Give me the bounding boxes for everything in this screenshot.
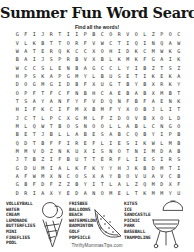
grid-cell: M <box>13 147 22 155</box>
grid-cell: Z <box>149 30 158 38</box>
grid-cell: V <box>124 30 133 38</box>
grid-cell: S <box>115 72 124 80</box>
grid-cell: M <box>158 88 167 96</box>
grid-cell: T <box>98 180 107 188</box>
grid-cell: M <box>107 189 116 197</box>
grid-cell: N <box>132 147 141 155</box>
grid-cell: X <box>149 80 158 88</box>
grid-cell: E <box>115 88 124 96</box>
grid-cell: G <box>30 80 39 88</box>
grid-cell: W <box>39 122 48 130</box>
grid-cell: Z <box>56 180 65 188</box>
grid-cell: X <box>90 47 99 55</box>
grid-cell: B <box>13 130 22 138</box>
grid-cell: F <box>90 139 99 147</box>
grid-cell: L <box>158 105 167 113</box>
grid-cell: E <box>158 97 167 105</box>
grid-cell: W <box>13 63 22 71</box>
grid-cell: R <box>73 139 82 147</box>
grid-cell: R <box>115 30 124 38</box>
grid-cell: B <box>175 130 184 138</box>
grid-cell: E <box>56 63 65 71</box>
grid-cell: C <box>98 63 107 71</box>
grid-cell: O <box>158 114 167 122</box>
grid-cell: S <box>81 172 90 180</box>
grid-cell: X <box>149 88 158 96</box>
grid-cell: A <box>81 189 90 197</box>
grid-cell: D <box>124 47 133 55</box>
grid-cell: F <box>64 88 73 96</box>
grid-cell: J <box>39 130 48 138</box>
grid-cell: D <box>39 147 48 155</box>
word-search-page: Summer Fun Word Search Find all the word… <box>0 0 194 252</box>
grid-cell: L <box>47 63 56 71</box>
grid-cell: K <box>141 139 150 147</box>
grid-cell: H <box>13 105 22 113</box>
grid-cell: A <box>47 97 56 105</box>
grid-cell: W <box>158 47 167 55</box>
grid-cell: T <box>13 97 22 105</box>
grid-cell: L <box>124 155 133 163</box>
grid-cell: A <box>22 55 31 63</box>
grid-cell: B <box>30 155 39 163</box>
grid-cell: D <box>13 189 22 197</box>
grid-cell: D <box>13 80 22 88</box>
grid-cell: Q <box>158 38 167 46</box>
page-title: Summer Fun Word Search <box>0 3 194 23</box>
grid-cell: O <box>124 172 133 180</box>
grid-cell: T <box>132 72 141 80</box>
grid-cell: W <box>30 172 39 180</box>
grid-cell: K <box>166 72 175 80</box>
grid-cell: X <box>90 80 99 88</box>
grid-cell: X <box>47 189 56 197</box>
grid-cell: Z <box>175 63 184 71</box>
grid-cell: I <box>166 105 175 113</box>
grid-cell: S <box>39 63 48 71</box>
grid-cell: L <box>22 122 31 130</box>
grid-cell: M <box>158 189 167 197</box>
grid-cell: C <box>81 47 90 55</box>
grid-cell: I <box>64 139 73 147</box>
grid-cell: G <box>47 80 56 88</box>
grid-cell: D <box>175 114 184 122</box>
grid-cell: V <box>81 55 90 63</box>
grid-cell: J <box>149 105 158 113</box>
grid-cell: N <box>64 63 73 71</box>
grid-cell: L <box>107 55 116 63</box>
grid-cell: K <box>39 105 48 113</box>
grid-cell: J <box>39 30 48 38</box>
grid-cell: T <box>39 88 48 96</box>
grid-cell: C <box>56 114 65 122</box>
grid-cell: Y <box>56 189 65 197</box>
grid-cell: A <box>166 38 175 46</box>
grid-cell: A <box>39 189 48 197</box>
grid-cell: I <box>124 38 133 46</box>
grid-cell: O <box>13 88 22 96</box>
grid-cell: S <box>166 63 175 71</box>
grid-cell: O <box>132 105 141 113</box>
grid-cell: A <box>22 47 31 55</box>
grid-cell: T <box>175 88 184 96</box>
grid-cell: K <box>175 55 184 63</box>
grid-cell: B <box>132 97 141 105</box>
grid-cell: F <box>81 97 90 105</box>
grid-cell: C <box>166 172 175 180</box>
grid-cell: P <box>166 130 175 138</box>
grid-cell: P <box>158 30 167 38</box>
grid-cell: A <box>124 122 133 130</box>
grid-cell: N <box>56 97 65 105</box>
grid-cell: L <box>64 130 73 138</box>
grid-cell: V <box>30 147 39 155</box>
grid-cell: K <box>132 47 141 55</box>
grid-cell: B <box>64 155 73 163</box>
grid-cell: A <box>149 172 158 180</box>
grid-cell: J <box>124 164 133 172</box>
grid-cell: B <box>132 122 141 130</box>
grid-cell: E <box>64 189 73 197</box>
grid-cell: C <box>64 172 73 180</box>
grid-cell: H <box>115 164 124 172</box>
grid-cell: K <box>141 189 150 197</box>
grid-cell: L <box>158 139 167 147</box>
grid-cell: I <box>30 30 39 38</box>
grid-cell: O <box>22 80 31 88</box>
grid-cell: Q <box>56 47 65 55</box>
grid-cell: X <box>166 180 175 188</box>
grid-cell: L <box>115 63 124 71</box>
grid-cell: D <box>158 147 167 155</box>
grid-cell: F <box>64 105 73 113</box>
grid-cell: D <box>73 189 82 197</box>
grid-cell: O <box>175 122 184 130</box>
grid-cell: C <box>30 63 39 71</box>
grid-cell: T <box>22 155 31 163</box>
grid-cell: A <box>81 63 90 71</box>
grid-cell: M <box>124 55 133 63</box>
grid-cell: O <box>107 30 116 38</box>
grid-cell: I <box>132 155 141 163</box>
grid-cell: K <box>64 147 73 155</box>
grid-cell: I <box>132 139 141 147</box>
grid-cell: I <box>64 30 73 38</box>
grid-cell: I <box>115 47 124 55</box>
grid-cell: T <box>158 63 167 71</box>
grid-cell: S <box>98 147 107 155</box>
grid-cell: W <box>175 38 184 46</box>
grid-cell: Q <box>132 130 141 138</box>
grid-cell: T <box>47 122 56 130</box>
grid-cell: A <box>98 172 107 180</box>
grid-cell: X <box>124 105 133 113</box>
grid-cell: O <box>124 114 133 122</box>
grid-cell: Y <box>81 72 90 80</box>
grid-cell: H <box>13 72 22 80</box>
grid-cell: K <box>73 164 82 172</box>
grid-cell: D <box>22 164 31 172</box>
grid-cell: U <box>98 80 107 88</box>
grid-cell: T <box>30 47 39 55</box>
watermelon-slice-icon <box>92 206 124 243</box>
grid-cell: B <box>73 63 82 71</box>
grid-cell: K <box>149 72 158 80</box>
grid-cell: O <box>64 38 73 46</box>
grid-cell: P <box>81 30 90 38</box>
letter-grid: GFIJRTIIPBCORVOLZPOCVLKBTTORFVWCTIQINQAW… <box>13 30 183 197</box>
grid-cell: X <box>149 114 158 122</box>
grid-cell: U <box>141 172 150 180</box>
grid-cell: S <box>22 97 31 105</box>
grid-cell: I <box>132 63 141 71</box>
grid-cell: E <box>124 72 133 80</box>
grid-cell: M <box>13 122 22 130</box>
grid-cell: F <box>22 30 31 38</box>
grid-cell: F <box>56 139 65 147</box>
grid-cell: V <box>158 172 167 180</box>
grid-cell: S <box>98 130 107 138</box>
grid-cell: E <box>98 155 107 163</box>
grid-cell: I <box>73 30 82 38</box>
grid-cell: H <box>107 47 116 55</box>
grid-cell: Q <box>107 97 116 105</box>
grid-cell: C <box>175 30 184 38</box>
grid-cell: Q <box>13 139 22 147</box>
grid-cell: B <box>98 55 107 63</box>
grid-cell: T <box>115 80 124 88</box>
grid-cell: D <box>39 180 48 188</box>
grid-cell: N <box>107 147 116 155</box>
grid-cell: O <box>115 147 124 155</box>
grid-cell: F <box>98 114 107 122</box>
grid-cell: A <box>73 130 82 138</box>
grid-cell: F <box>47 139 56 147</box>
grid-cell: N <box>158 122 167 130</box>
grid-cell: G <box>64 72 73 80</box>
grid-cell: Y <box>98 164 107 172</box>
grid-cell: K <box>90 164 99 172</box>
grid-cell: Y <box>73 97 82 105</box>
grid-cell: A <box>107 130 116 138</box>
grid-cell: I <box>141 147 150 155</box>
grid-cell: B <box>73 55 82 63</box>
grid-cell: B <box>13 55 22 63</box>
grid-cell: I <box>141 72 150 80</box>
grid-cell: R <box>107 155 116 163</box>
grid-cell: I <box>30 55 39 63</box>
grid-cell: D <box>22 139 31 147</box>
grid-cell: Z <box>47 147 56 155</box>
grid-cell: Z <box>39 155 48 163</box>
grid-cell: G <box>13 180 22 188</box>
grid-cell: R <box>22 189 31 197</box>
grid-cell: P <box>56 72 65 80</box>
grid-cell: Y <box>115 105 124 113</box>
grid-cell: O <box>98 189 107 197</box>
grid-cell: M <box>39 80 48 88</box>
grid-cell: K <box>115 55 124 63</box>
grid-cell: U <box>175 189 184 197</box>
grid-cell: B <box>81 130 90 138</box>
grid-cell: B <box>90 30 99 38</box>
grid-cell: V <box>90 97 99 105</box>
grid-cell: G <box>90 63 99 71</box>
grid-cell: J <box>13 114 22 122</box>
grid-cell: L <box>64 164 73 172</box>
grid-cell: L <box>166 114 175 122</box>
grid-cell: L <box>124 180 133 188</box>
grid-cell: B <box>124 88 133 96</box>
grid-cell: L <box>124 189 133 197</box>
grid-cell: F <box>30 88 39 96</box>
grid-cell: F <box>64 97 73 105</box>
grid-cell: Y <box>124 63 133 71</box>
grid-cell: M <box>39 172 48 180</box>
grid-cell: T <box>90 155 99 163</box>
grid-cell: C <box>124 130 133 138</box>
grid-cell: O <box>166 30 175 38</box>
grid-cell: F <box>175 180 184 188</box>
grid-cell: M <box>166 139 175 147</box>
grid-cell: E <box>90 130 99 138</box>
grid-cell: D <box>98 97 107 105</box>
grid-cell: B <box>175 172 184 180</box>
grid-cell: H <box>90 88 99 96</box>
grid-cell: F <box>141 55 150 63</box>
grid-cell: T <box>30 130 39 138</box>
grid-cell: L <box>107 180 116 188</box>
grid-cell: U <box>73 155 82 163</box>
watermark: ThriftyMommasTips.com <box>0 243 194 248</box>
grid-cell: X <box>64 114 73 122</box>
grid-cell: M <box>98 105 107 113</box>
grid-cell: I <box>141 38 150 46</box>
grid-cell: O <box>98 122 107 130</box>
grid-cell: G <box>13 30 22 38</box>
grid-cell: T <box>30 114 39 122</box>
grid-cell: D <box>149 164 158 172</box>
grid-cell: D <box>158 180 167 188</box>
grid-cell: I <box>158 155 167 163</box>
grid-cell: K <box>39 72 48 80</box>
grid-cell: J <box>13 155 22 163</box>
grid-cell: G <box>107 80 116 88</box>
grid-cell: X <box>90 172 99 180</box>
grid-cell: Y <box>81 180 90 188</box>
grid-cell: E <box>22 130 31 138</box>
grid-cell: N <box>73 88 82 96</box>
grid-cell: T <box>56 30 65 38</box>
grid-cell: A <box>30 97 39 105</box>
grid-cell: S <box>30 72 39 80</box>
grid-cell: E <box>39 47 48 55</box>
grid-cell: I <box>107 139 116 147</box>
grid-cell: F <box>81 38 90 46</box>
grid-cell: C <box>107 38 116 46</box>
grid-cell: B <box>73 80 82 88</box>
grid-cell: I <box>22 105 31 113</box>
grid-cell: Y <box>149 130 158 138</box>
grid-cell: N <box>56 172 65 180</box>
grid-cell: B <box>141 114 150 122</box>
grid-cell: K <box>166 80 175 88</box>
grid-cell: A <box>107 88 116 96</box>
grid-cell: X <box>47 172 56 180</box>
grid-cell: K <box>30 38 39 46</box>
grid-cell: A <box>13 172 22 180</box>
grid-cell: I <box>56 80 65 88</box>
grid-cell: M <box>158 164 167 172</box>
grid-cell: F <box>47 180 56 188</box>
grid-cell: O <box>98 47 107 55</box>
grid-cell: B <box>73 180 82 188</box>
grid-cell: W <box>98 38 107 46</box>
grid-cell: K <box>166 47 175 55</box>
grid-cell: W <box>149 139 158 147</box>
grid-cell: R <box>64 55 73 63</box>
grid-cell: B <box>81 88 90 96</box>
word-list: VOLLEYBALLWATERCREAMLEMONADEBUTTERFLIESM… <box>0 200 194 244</box>
grid-cell: M <box>39 164 48 172</box>
grid-cell: F <box>56 155 65 163</box>
grid-cell: C <box>149 122 158 130</box>
grid-cell: B <box>175 139 184 147</box>
grid-cell: L <box>141 122 150 130</box>
grid-cell: E <box>141 155 150 163</box>
grid-cell: O <box>73 172 82 180</box>
grid-cell: F <box>30 105 39 113</box>
grid-cell: Y <box>107 164 116 172</box>
grid-cell: Y <box>132 80 141 88</box>
grid-cell: T <box>81 155 90 163</box>
grid-cell: N <box>56 147 65 155</box>
grid-cell: I <box>90 180 99 188</box>
grid-cell: T <box>175 105 184 113</box>
grid-cell: G <box>175 47 184 55</box>
grid-cell: P <box>47 114 56 122</box>
grid-cell: I <box>166 55 175 63</box>
grid-cell: T <box>47 38 56 46</box>
grid-cell: V <box>132 172 141 180</box>
grid-cell: A <box>132 88 141 96</box>
grid-cell: B <box>141 130 150 138</box>
grid-cell: C <box>47 105 56 113</box>
grid-cell: X <box>90 55 99 63</box>
grid-cell: Q <box>30 122 39 130</box>
grid-cell: Z <box>149 63 158 71</box>
grid-cell: R <box>47 30 56 38</box>
grid-cell: S <box>73 122 82 130</box>
grid-cell: E <box>158 72 167 80</box>
grid-cell: L <box>22 38 31 46</box>
grid-cell: B <box>141 105 150 113</box>
grid-cell: M <box>149 180 158 188</box>
grid-cell: B <box>124 80 133 88</box>
grid-cell: F <box>30 180 39 188</box>
grid-cell: M <box>73 105 82 113</box>
grid-cell: M <box>73 72 82 80</box>
grid-cell: B <box>175 147 184 155</box>
grid-cell: S <box>175 155 184 163</box>
grid-cell: Q <box>132 38 141 46</box>
grid-cell: K <box>132 55 141 63</box>
grid-cell: W <box>13 47 22 55</box>
grid-cell: L <box>90 114 99 122</box>
grid-cell: B <box>141 80 150 88</box>
grid-cell: U <box>73 147 82 155</box>
grid-cell: B <box>141 164 150 172</box>
